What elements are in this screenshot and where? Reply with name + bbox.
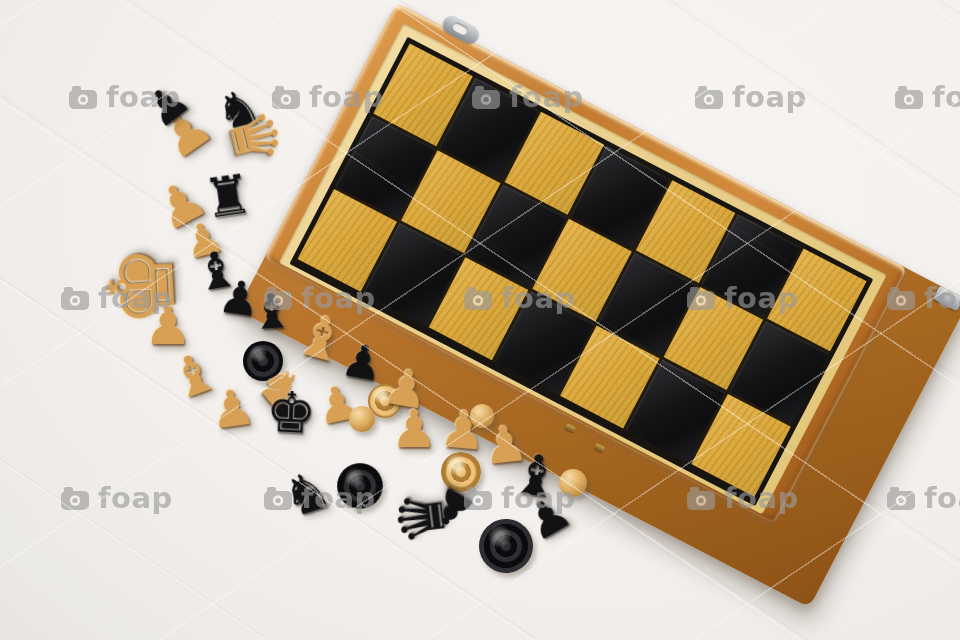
piece-pile: ♟♟♞♛♟♜♟♝♟♚♟♝♝♟♞♚♝♟♞♟♟♟♟♟♛♝♟♟ (0, 0, 960, 640)
chess-piece-king-wood: ♚ (86, 230, 197, 341)
chess-piece-knight-black: ♞ (268, 455, 346, 533)
chess-piece-disc-top-view-black (479, 519, 533, 573)
photo-scene: ♟♟♞♛♟♜♟♝♟♚♟♝♝♟♞♚♝♟♞♟♟♟♟♟♛♝♟♟ foapfoapfoa… (0, 0, 960, 640)
chess-piece-ball-top-view-wood (349, 406, 375, 432)
chess-piece-disc-top-view-black (337, 463, 383, 509)
